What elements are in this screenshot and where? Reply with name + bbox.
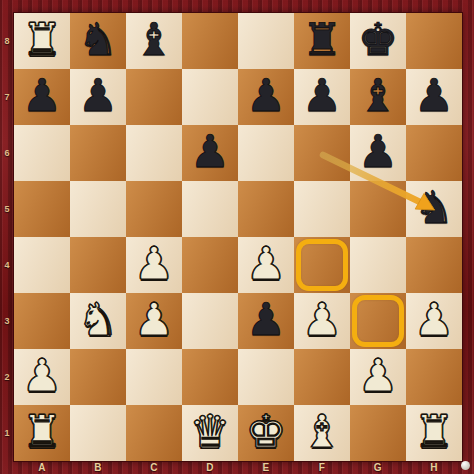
square-h6[interactable] bbox=[406, 125, 462, 181]
black-pawn-g6[interactable]: ♟ bbox=[350, 125, 406, 181]
square-b1[interactable] bbox=[70, 405, 126, 461]
square-h2[interactable] bbox=[406, 349, 462, 405]
rank-label-2: 2 bbox=[0, 349, 14, 405]
square-g5[interactable] bbox=[350, 181, 406, 237]
black-pawn-h7[interactable]: ♟ bbox=[406, 69, 462, 125]
file-label-b: B bbox=[70, 461, 126, 474]
file-label-d: D bbox=[182, 461, 238, 474]
square-d2[interactable] bbox=[182, 349, 238, 405]
chess-board-diagram: ♜♞♝♜♚♟♟♟♟♝♟♟♟♞♟♟♞♟♟♟♟♟♟♜♛♚♝♜ 87654321 AB… bbox=[0, 0, 474, 474]
square-b5[interactable] bbox=[70, 181, 126, 237]
rank-label-7: 7 bbox=[0, 69, 14, 125]
square-a4[interactable] bbox=[14, 237, 70, 293]
black-knight-h5[interactable]: ♞ bbox=[406, 181, 462, 237]
file-label-a: A bbox=[14, 461, 70, 474]
file-label-h: H bbox=[406, 461, 462, 474]
square-d4[interactable] bbox=[182, 237, 238, 293]
square-d8[interactable] bbox=[182, 13, 238, 69]
square-b6[interactable] bbox=[70, 125, 126, 181]
white-queen-d1[interactable]: ♛ bbox=[182, 405, 238, 461]
rank-label-3: 3 bbox=[0, 293, 14, 349]
white-pawn-e4[interactable]: ♟ bbox=[238, 237, 294, 293]
square-c5[interactable] bbox=[126, 181, 182, 237]
square-d3[interactable] bbox=[182, 293, 238, 349]
square-g4[interactable] bbox=[350, 237, 406, 293]
square-c1[interactable] bbox=[126, 405, 182, 461]
white-pawn-h3[interactable]: ♟ bbox=[406, 293, 462, 349]
square-c2[interactable] bbox=[126, 349, 182, 405]
black-pawn-e7[interactable]: ♟ bbox=[238, 69, 294, 125]
black-king-g8[interactable]: ♚ bbox=[350, 13, 406, 69]
black-pawn-a7[interactable]: ♟ bbox=[14, 69, 70, 125]
square-e2[interactable] bbox=[238, 349, 294, 405]
white-pawn-c4[interactable]: ♟ bbox=[126, 237, 182, 293]
square-b2[interactable] bbox=[70, 349, 126, 405]
black-pawn-e3[interactable]: ♟ bbox=[238, 293, 294, 349]
white-pawn-c3[interactable]: ♟ bbox=[126, 293, 182, 349]
file-label-c: C bbox=[126, 461, 182, 474]
square-d7[interactable] bbox=[182, 69, 238, 125]
rank-label-4: 4 bbox=[0, 237, 14, 293]
white-rook-a8[interactable]: ♜ bbox=[14, 13, 70, 69]
highlight-square-f4 bbox=[296, 239, 348, 291]
square-c7[interactable] bbox=[126, 69, 182, 125]
square-f2[interactable] bbox=[294, 349, 350, 405]
square-a5[interactable] bbox=[14, 181, 70, 237]
white-king-e1[interactable]: ♚ bbox=[238, 405, 294, 461]
black-pawn-b7[interactable]: ♟ bbox=[70, 69, 126, 125]
black-pawn-f7[interactable]: ♟ bbox=[294, 69, 350, 125]
black-rook-f8[interactable]: ♜ bbox=[294, 13, 350, 69]
highlight-square-g3 bbox=[352, 295, 404, 347]
white-rook-h1[interactable]: ♜ bbox=[406, 405, 462, 461]
file-label-e: E bbox=[238, 461, 294, 474]
rank-label-8: 8 bbox=[0, 13, 14, 69]
white-pawn-g2[interactable]: ♟ bbox=[350, 349, 406, 405]
square-e8[interactable] bbox=[238, 13, 294, 69]
square-h8[interactable] bbox=[406, 13, 462, 69]
rank-label-1: 1 bbox=[0, 405, 14, 461]
white-pawn-f3[interactable]: ♟ bbox=[294, 293, 350, 349]
white-pawn-a2[interactable]: ♟ bbox=[14, 349, 70, 405]
file-label-f: F bbox=[294, 461, 350, 474]
black-pawn-d6[interactable]: ♟ bbox=[182, 125, 238, 181]
square-e6[interactable] bbox=[238, 125, 294, 181]
black-bishop-g7[interactable]: ♝ bbox=[350, 69, 406, 125]
file-label-g: G bbox=[350, 461, 406, 474]
square-h4[interactable] bbox=[406, 237, 462, 293]
square-b4[interactable] bbox=[70, 237, 126, 293]
black-bishop-c8[interactable]: ♝ bbox=[126, 13, 182, 69]
white-bishop-f1[interactable]: ♝ bbox=[294, 405, 350, 461]
square-f5[interactable] bbox=[294, 181, 350, 237]
square-c6[interactable] bbox=[126, 125, 182, 181]
square-e5[interactable] bbox=[238, 181, 294, 237]
board: ♜♞♝♜♚♟♟♟♟♝♟♟♟♞♟♟♞♟♟♟♟♟♟♜♛♚♝♜ bbox=[14, 13, 462, 461]
white-knight-b3[interactable]: ♞ bbox=[70, 293, 126, 349]
black-knight-b8[interactable]: ♞ bbox=[70, 13, 126, 69]
square-f6[interactable] bbox=[294, 125, 350, 181]
square-g1[interactable] bbox=[350, 405, 406, 461]
square-a6[interactable] bbox=[14, 125, 70, 181]
square-a3[interactable] bbox=[14, 293, 70, 349]
square-d5[interactable] bbox=[182, 181, 238, 237]
rank-label-6: 6 bbox=[0, 125, 14, 181]
rank-label-5: 5 bbox=[0, 181, 14, 237]
corner-dot bbox=[461, 461, 470, 470]
white-rook-a1[interactable]: ♜ bbox=[14, 405, 70, 461]
